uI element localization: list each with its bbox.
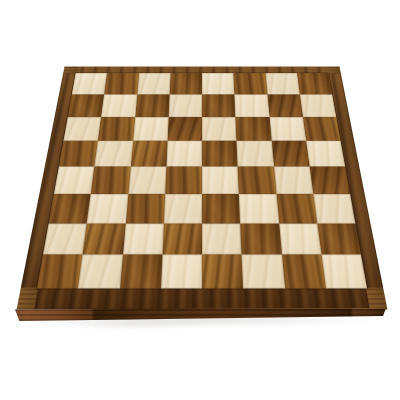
- square-e6[interactable]: [202, 117, 237, 141]
- board-frame: [17, 67, 388, 310]
- square-e5[interactable]: [202, 141, 238, 167]
- square-c6[interactable]: [133, 117, 169, 141]
- square-a2[interactable]: [43, 223, 87, 254]
- square-b8[interactable]: [104, 73, 138, 94]
- square-e8[interactable]: [202, 73, 235, 94]
- square-e2[interactable]: [202, 223, 242, 254]
- square-h7[interactable]: [300, 94, 337, 117]
- square-c7[interactable]: [135, 94, 170, 117]
- square-f1[interactable]: [242, 255, 285, 289]
- square-b6[interactable]: [98, 117, 135, 141]
- square-e1[interactable]: [202, 255, 243, 289]
- square-a4[interactable]: [54, 166, 95, 193]
- square-a6[interactable]: [63, 117, 101, 141]
- square-h4[interactable]: [309, 166, 350, 193]
- square-h1[interactable]: [321, 255, 367, 289]
- square-g8[interactable]: [265, 73, 299, 94]
- square-d4[interactable]: [165, 166, 202, 193]
- square-h2[interactable]: [317, 223, 361, 254]
- square-c4[interactable]: [128, 166, 166, 193]
- square-g2[interactable]: [279, 223, 322, 254]
- square-f3[interactable]: [239, 194, 279, 223]
- square-g1[interactable]: [282, 255, 326, 289]
- square-h6[interactable]: [303, 117, 341, 141]
- square-b3[interactable]: [87, 194, 128, 223]
- product-photo-backdrop: [0, 0, 400, 400]
- square-g5[interactable]: [271, 141, 309, 167]
- square-f6[interactable]: [236, 117, 272, 141]
- square-g4[interactable]: [274, 166, 313, 193]
- square-c8[interactable]: [137, 73, 171, 94]
- square-b7[interactable]: [101, 94, 137, 117]
- square-a7[interactable]: [68, 94, 105, 117]
- square-e3[interactable]: [202, 194, 240, 223]
- square-g3[interactable]: [276, 194, 317, 223]
- square-c2[interactable]: [122, 223, 163, 254]
- square-h5[interactable]: [306, 141, 345, 167]
- square-d8[interactable]: [169, 73, 202, 94]
- square-f2[interactable]: [240, 223, 281, 254]
- square-b2[interactable]: [83, 223, 126, 254]
- chess-board: [17, 67, 388, 310]
- square-a3[interactable]: [49, 194, 91, 223]
- square-a1[interactable]: [37, 255, 83, 289]
- square-a5[interactable]: [59, 141, 98, 167]
- square-c3[interactable]: [125, 194, 165, 223]
- square-h8[interactable]: [297, 73, 332, 94]
- square-d3[interactable]: [164, 194, 202, 223]
- frame-corner-top-right: [326, 67, 340, 74]
- board-shadow-smudge: [46, 321, 216, 329]
- square-e7[interactable]: [202, 94, 236, 117]
- square-f8[interactable]: [234, 73, 268, 94]
- square-c1[interactable]: [119, 255, 162, 289]
- square-b4[interactable]: [91, 166, 130, 193]
- square-d2[interactable]: [162, 223, 202, 254]
- square-g7[interactable]: [267, 94, 303, 117]
- square-a8[interactable]: [72, 73, 107, 94]
- square-d1[interactable]: [161, 255, 202, 289]
- square-f7[interactable]: [235, 94, 270, 117]
- square-c5[interactable]: [130, 141, 167, 167]
- playing-area: [37, 73, 367, 288]
- square-b1[interactable]: [78, 255, 122, 289]
- square-g6[interactable]: [269, 117, 306, 141]
- square-h3[interactable]: [313, 194, 355, 223]
- square-f5[interactable]: [237, 141, 274, 167]
- square-d6[interactable]: [167, 117, 202, 141]
- square-e4[interactable]: [202, 166, 239, 193]
- square-d5[interactable]: [166, 141, 202, 167]
- frame-corner-bottom-left: [17, 288, 39, 310]
- square-d7[interactable]: [168, 94, 202, 117]
- square-b5[interactable]: [95, 141, 133, 167]
- square-f4[interactable]: [238, 166, 276, 193]
- frame-corner-bottom-right: [366, 288, 388, 310]
